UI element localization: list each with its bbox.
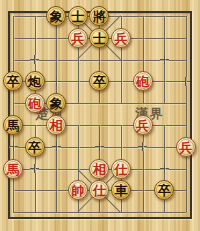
piece-black-chariot[interactable]: 車 [111, 180, 131, 200]
xiangqi-board[interactable]: 楚河 漢界 象士將兵士兵卒炮卒砲砲象馬相兵卒兵馬相仕帥仕車卒 [0, 0, 200, 231]
piece-black-soldier[interactable]: 卒 [3, 71, 23, 91]
grid-line [186, 16, 187, 212]
grid-line [56, 16, 57, 103]
piece-black-soldier[interactable]: 卒 [25, 137, 45, 157]
position-marker [138, 142, 147, 151]
xiangqi-game-screenshot: 楚河 漢界 象士將兵士兵卒炮卒砲砲象馬相兵卒兵馬相仕帥仕車卒 [0, 0, 200, 231]
piece-red-elephant[interactable]: 相 [46, 115, 66, 135]
grid-line [13, 212, 186, 213]
piece-red-elephant[interactable]: 相 [89, 159, 109, 179]
position-marker [160, 55, 169, 64]
piece-red-general[interactable]: 帥 [68, 180, 88, 200]
piece-red-cannon[interactable]: 砲 [133, 71, 153, 91]
piece-black-horse[interactable]: 馬 [3, 115, 23, 135]
position-marker [9, 142, 18, 151]
position-marker [30, 55, 39, 64]
piece-black-soldier[interactable]: 卒 [154, 180, 174, 200]
position-marker [30, 164, 39, 173]
grid-line [143, 125, 144, 212]
piece-red-horse[interactable]: 馬 [3, 159, 23, 179]
piece-red-soldier[interactable]: 兵 [111, 28, 131, 48]
piece-black-soldier[interactable]: 卒 [89, 71, 109, 91]
position-marker [181, 77, 190, 86]
piece-red-soldier[interactable]: 兵 [176, 137, 196, 157]
piece-black-elephant[interactable]: 象 [46, 6, 66, 26]
piece-black-advisor[interactable]: 士 [68, 6, 88, 26]
position-marker [52, 142, 61, 151]
piece-black-cannon[interactable]: 炮 [25, 71, 45, 91]
piece-black-general[interactable]: 將 [89, 6, 109, 26]
piece-red-soldier[interactable]: 兵 [133, 115, 153, 135]
piece-red-cannon[interactable]: 砲 [25, 93, 45, 113]
grid-line [56, 125, 57, 212]
position-marker [160, 164, 169, 173]
position-marker [52, 77, 61, 86]
piece-red-advisor[interactable]: 仕 [111, 159, 131, 179]
position-marker [95, 142, 104, 151]
piece-red-soldier[interactable]: 兵 [68, 28, 88, 48]
